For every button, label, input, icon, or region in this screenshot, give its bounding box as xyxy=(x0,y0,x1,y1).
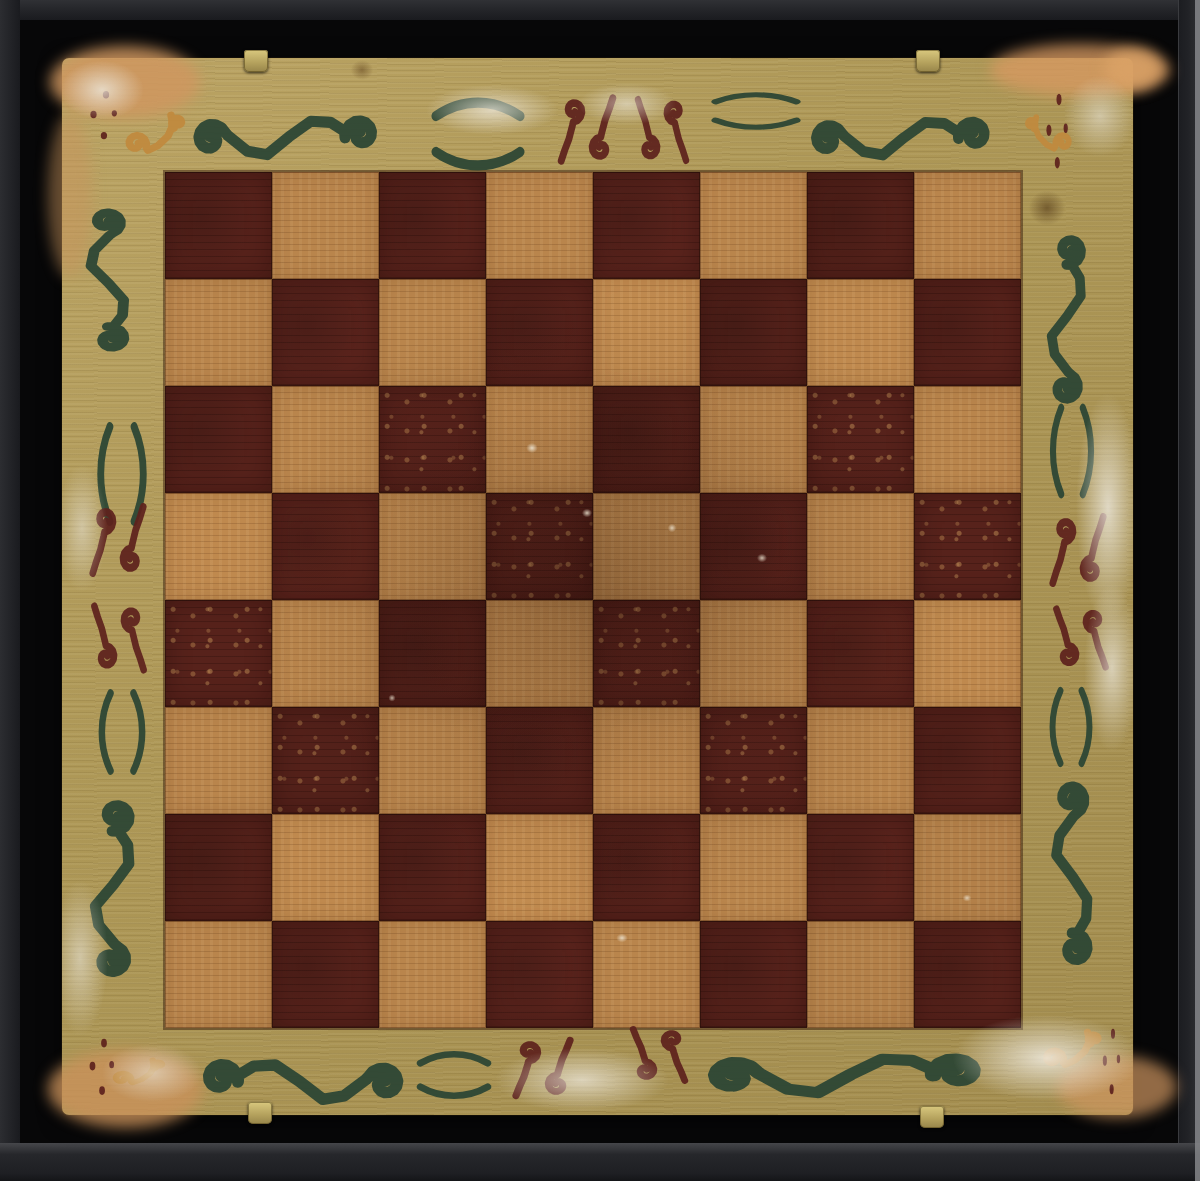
square-r1c2[interactable] xyxy=(272,172,379,279)
square-r4c8[interactable] xyxy=(914,493,1021,600)
s-scroll-motif xyxy=(1040,216,1108,416)
square-r3c7[interactable] xyxy=(807,386,914,493)
square-r6c8[interactable] xyxy=(914,707,1021,814)
bare-wood-patch xyxy=(1057,1056,1177,1118)
square-r1c4[interactable] xyxy=(486,172,593,279)
square-r3c3[interactable] xyxy=(379,386,486,493)
square-r3c5[interactable] xyxy=(593,386,700,493)
square-r2c8[interactable] xyxy=(914,279,1021,386)
square-r5c4[interactable] xyxy=(486,600,593,707)
square-r4c6[interactable] xyxy=(700,493,807,600)
s-scroll-motif xyxy=(82,780,160,990)
square-r4c3[interactable] xyxy=(379,493,486,600)
brass-clip xyxy=(244,50,268,72)
flourish-motif xyxy=(1012,104,1090,188)
s-scroll-motif xyxy=(78,198,154,368)
square-r1c6[interactable] xyxy=(700,172,807,279)
dots-motif xyxy=(80,86,132,148)
dots-motif xyxy=(1096,1022,1130,1106)
arc-pair-motif xyxy=(414,1038,494,1112)
square-r7c1[interactable] xyxy=(165,814,272,921)
square-r2c1[interactable] xyxy=(165,279,272,386)
square-r7c6[interactable] xyxy=(700,814,807,921)
square-r4c5[interactable] xyxy=(593,493,700,600)
square-r6c6[interactable] xyxy=(700,707,807,814)
square-r3c1[interactable] xyxy=(165,386,272,493)
square-r1c5[interactable] xyxy=(593,172,700,279)
square-r2c4[interactable] xyxy=(486,279,593,386)
square-r8c4[interactable] xyxy=(486,921,593,1028)
s-scroll-motif xyxy=(798,92,1010,168)
bare-wood-patch xyxy=(990,44,1170,96)
square-r2c7[interactable] xyxy=(807,279,914,386)
square-r8c1[interactable] xyxy=(165,921,272,1028)
s-scroll-motif xyxy=(1044,768,1116,986)
square-r5c7[interactable] xyxy=(807,600,914,707)
square-r8c6[interactable] xyxy=(700,921,807,1028)
arc-pair-motif xyxy=(84,418,160,530)
frame-top xyxy=(0,0,1200,20)
brass-clip xyxy=(920,1106,944,1128)
square-r5c3[interactable] xyxy=(379,600,486,707)
square-r4c1[interactable] xyxy=(165,493,272,600)
square-r1c7[interactable] xyxy=(807,172,914,279)
square-r8c7[interactable] xyxy=(807,921,914,1028)
curl-pair-motif xyxy=(544,82,630,177)
arc-pair-motif xyxy=(1038,400,1106,502)
square-r5c1[interactable] xyxy=(165,600,272,707)
bare-wood-patch xyxy=(50,46,200,118)
square-r1c1[interactable] xyxy=(165,172,272,279)
curl-pair-motif xyxy=(622,84,702,176)
square-r7c4[interactable] xyxy=(486,814,593,921)
square-r2c6[interactable] xyxy=(700,279,807,386)
square-r8c2[interactable] xyxy=(272,921,379,1028)
square-r1c3[interactable] xyxy=(379,172,486,279)
s-scroll-motif xyxy=(180,1033,418,1113)
arc-pair-motif xyxy=(1038,684,1104,770)
brass-clip xyxy=(916,50,940,72)
square-r8c3[interactable] xyxy=(379,921,486,1028)
square-r7c2[interactable] xyxy=(272,814,379,921)
square-r1c8[interactable] xyxy=(914,172,1021,279)
square-r5c5[interactable] xyxy=(593,600,700,707)
curl-pair-motif xyxy=(78,590,160,686)
square-r7c7[interactable] xyxy=(807,814,914,921)
square-r3c8[interactable] xyxy=(914,386,1021,493)
framed-game-board-photo xyxy=(0,0,1200,1181)
brass-clip xyxy=(248,1102,272,1124)
square-r2c5[interactable] xyxy=(593,279,700,386)
square-r5c2[interactable] xyxy=(272,600,379,707)
square-r5c6[interactable] xyxy=(700,600,807,707)
square-r7c8[interactable] xyxy=(914,814,1021,921)
square-r8c5[interactable] xyxy=(593,921,700,1028)
curl-pair-motif xyxy=(1040,594,1122,682)
frame-left xyxy=(0,0,20,1181)
square-r8c8[interactable] xyxy=(914,921,1021,1028)
bare-wood-patch xyxy=(48,113,92,278)
dots-motif xyxy=(80,1033,128,1105)
square-r3c4[interactable] xyxy=(486,386,593,493)
square-r3c2[interactable] xyxy=(272,386,379,493)
square-r6c5[interactable] xyxy=(593,707,700,814)
dots-motif xyxy=(1038,86,1080,182)
s-scroll-motif xyxy=(180,90,398,168)
square-r6c7[interactable] xyxy=(807,707,914,814)
photo-background-edge xyxy=(1195,0,1200,1181)
square-r4c4[interactable] xyxy=(486,493,593,600)
arc-pair-motif xyxy=(86,686,158,778)
square-r6c3[interactable] xyxy=(379,707,486,814)
bare-wood-patch xyxy=(1104,48,1162,90)
checkerboard xyxy=(163,170,1023,1030)
arc-pair-motif xyxy=(708,82,804,140)
flourish-motif xyxy=(92,1050,180,1112)
curl-pair-motif xyxy=(1036,500,1120,600)
bare-wood-patch xyxy=(48,1050,203,1128)
square-r6c4[interactable] xyxy=(486,707,593,814)
square-r3c6[interactable] xyxy=(700,386,807,493)
square-r4c2[interactable] xyxy=(272,493,379,600)
square-r6c2[interactable] xyxy=(272,707,379,814)
square-r5c8[interactable] xyxy=(914,600,1021,707)
square-r2c3[interactable] xyxy=(379,279,486,386)
square-r2c2[interactable] xyxy=(272,279,379,386)
square-r6c1[interactable] xyxy=(165,707,272,814)
frame-bottom xyxy=(0,1143,1200,1181)
square-r4c7[interactable] xyxy=(807,493,914,600)
flourish-motif xyxy=(1020,1018,1118,1106)
square-r7c3[interactable] xyxy=(379,814,486,921)
s-scroll-motif xyxy=(688,1028,1012,1106)
curl-pair-motif xyxy=(498,1026,588,1110)
square-r7c5[interactable] xyxy=(593,814,700,921)
game-board xyxy=(62,58,1133,1115)
curl-pair-motif xyxy=(76,490,160,590)
